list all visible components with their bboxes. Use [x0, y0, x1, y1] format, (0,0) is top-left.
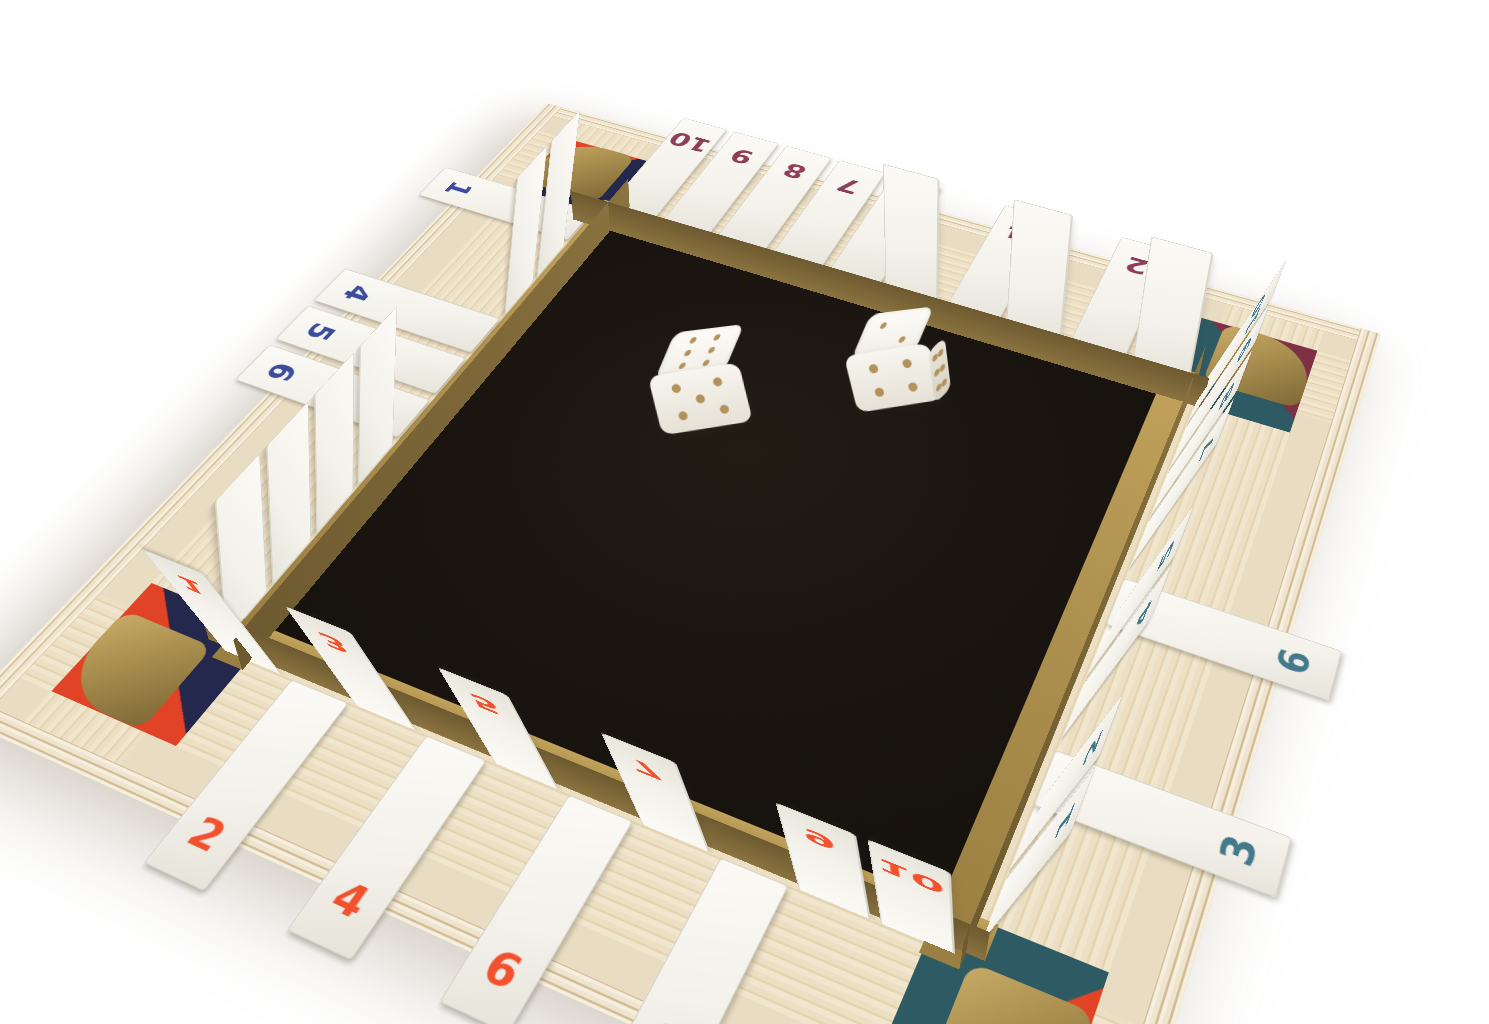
tile-number: 8: [638, 1016, 691, 1024]
tile-number: 7: [833, 175, 865, 198]
die-pip: [874, 387, 885, 397]
die-front-face: [844, 343, 943, 413]
tile-number: 5: [299, 320, 341, 344]
die-pip: [707, 347, 716, 354]
die-pip: [879, 322, 888, 329]
die-front-face: [648, 362, 753, 435]
tile-number: 2: [180, 811, 234, 859]
photo-background: 1234567891012345678910123456789101234567…: [0, 0, 1489, 1024]
die-pip: [678, 363, 687, 370]
tile-number: 8: [779, 160, 811, 182]
tile-number: 7: [627, 754, 665, 785]
tile-number: 10: [664, 129, 715, 156]
tile-number: 6: [1270, 644, 1318, 679]
tile-number: 4: [323, 875, 377, 926]
die-pip: [683, 349, 692, 356]
die-pip: [702, 360, 711, 367]
die-pip: [907, 381, 918, 391]
die-pip: [677, 411, 688, 421]
tile-number: 3: [313, 627, 354, 658]
die-pip: [938, 348, 944, 359]
die-pip: [695, 394, 706, 404]
tile-number: 3: [1212, 829, 1265, 871]
die-pip: [868, 364, 879, 374]
scene: 1234567891012345678910123456789101234567…: [0, 0, 1489, 1024]
die-pip: [689, 336, 698, 343]
die-pip: [897, 336, 906, 343]
die-pip: [719, 404, 730, 414]
shut-the-box-board: 1234567891012345678910123456789101234567…: [0, 103, 1381, 1024]
die-pip: [941, 377, 947, 388]
die-pip: [939, 362, 945, 373]
die-1-top6-front5[interactable]: [646, 325, 749, 434]
die-pip: [713, 333, 722, 340]
tile-number: 6: [260, 359, 304, 384]
tile-number: 6: [476, 943, 530, 997]
tile-number: 4: [337, 282, 378, 305]
die-pip: [902, 359, 913, 369]
tile-number: 5: [465, 689, 505, 720]
tile-number: 1: [440, 179, 478, 199]
die-pip: [671, 384, 682, 394]
die-2-top2-front4[interactable]: [843, 307, 940, 412]
die-pip: [712, 377, 723, 387]
tile-number: 9: [801, 824, 838, 854]
tile-number: 9: [726, 146, 758, 168]
